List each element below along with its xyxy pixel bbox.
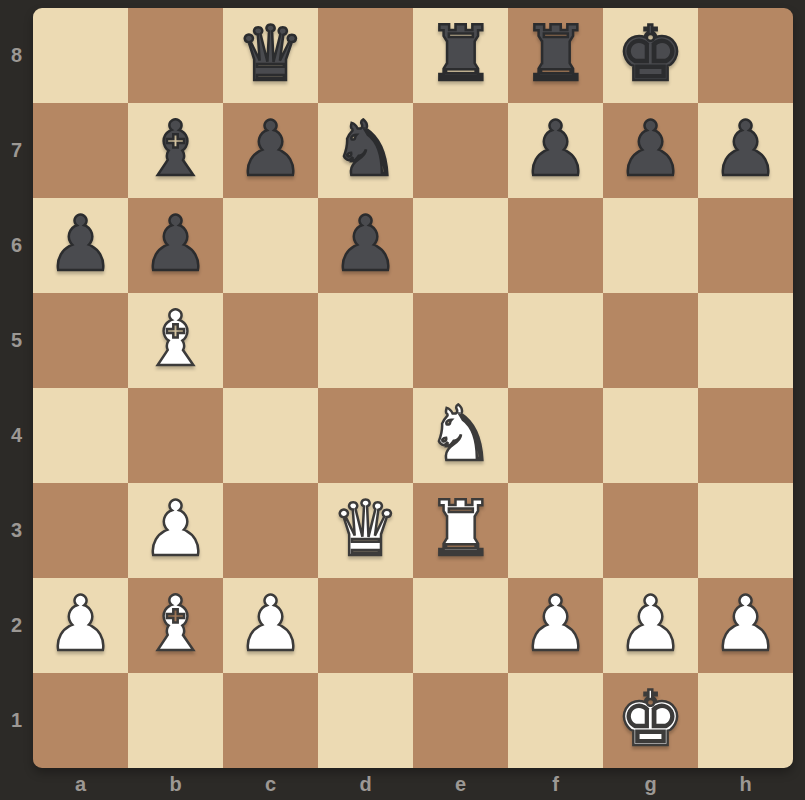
square-h4[interactable] <box>698 388 793 483</box>
piece-white-pawn[interactable]: ♟ <box>33 578 128 673</box>
square-c1[interactable] <box>223 673 318 768</box>
square-f3[interactable] <box>508 483 603 578</box>
piece-white-knight[interactable]: ♞ <box>413 388 508 483</box>
square-f7[interactable]: ♟ <box>508 103 603 198</box>
rank-label-3: 3 <box>0 483 33 578</box>
square-a8[interactable] <box>33 8 128 103</box>
rank-label-7: 7 <box>0 103 33 198</box>
square-f5[interactable] <box>508 293 603 388</box>
square-d5[interactable] <box>318 293 413 388</box>
file-label-h: h <box>698 768 793 800</box>
square-g5[interactable] <box>603 293 698 388</box>
square-b6[interactable]: ♟ <box>128 198 223 293</box>
square-c8[interactable]: ♛ <box>223 8 318 103</box>
piece-black-pawn[interactable]: ♟ <box>318 198 413 293</box>
square-h2[interactable]: ♟ <box>698 578 793 673</box>
piece-black-rook[interactable]: ♜ <box>413 8 508 103</box>
file-label-c: c <box>223 768 318 800</box>
piece-black-pawn[interactable]: ♟ <box>223 103 318 198</box>
square-b8[interactable] <box>128 8 223 103</box>
square-f6[interactable] <box>508 198 603 293</box>
square-d8[interactable] <box>318 8 413 103</box>
square-b3[interactable]: ♟ <box>128 483 223 578</box>
piece-black-rook[interactable]: ♜ <box>508 8 603 103</box>
piece-black-pawn[interactable]: ♟ <box>128 198 223 293</box>
rank-label-6: 6 <box>0 198 33 293</box>
square-g4[interactable] <box>603 388 698 483</box>
square-f8[interactable]: ♜ <box>508 8 603 103</box>
file-label-e: e <box>413 768 508 800</box>
square-d1[interactable] <box>318 673 413 768</box>
file-label-d: d <box>318 768 413 800</box>
rank-label-1: 1 <box>0 673 33 768</box>
square-e2[interactable] <box>413 578 508 673</box>
square-d4[interactable] <box>318 388 413 483</box>
square-e6[interactable] <box>413 198 508 293</box>
piece-black-pawn[interactable]: ♟ <box>508 103 603 198</box>
square-h6[interactable] <box>698 198 793 293</box>
piece-white-queen[interactable]: ♛ <box>318 483 413 578</box>
square-d7[interactable]: ♞ <box>318 103 413 198</box>
file-label-a: a <box>33 768 128 800</box>
square-f1[interactable] <box>508 673 603 768</box>
square-d6[interactable]: ♟ <box>318 198 413 293</box>
square-e5[interactable] <box>413 293 508 388</box>
square-b2[interactable]: ♝ <box>128 578 223 673</box>
chess-board: ♛♜♜♚♝♟♞♟♟♟♟♟♟♝♞♟♛♜♟♝♟♟♟♟♚ <box>33 8 793 768</box>
square-f2[interactable]: ♟ <box>508 578 603 673</box>
square-d2[interactable] <box>318 578 413 673</box>
square-g8[interactable]: ♚ <box>603 8 698 103</box>
chess-app-background: 87654321 ♛♜♜♚♝♟♞♟♟♟♟♟♟♝♞♟♛♜♟♝♟♟♟♟♚ abcde… <box>0 0 805 800</box>
square-c2[interactable]: ♟ <box>223 578 318 673</box>
square-a2[interactable]: ♟ <box>33 578 128 673</box>
square-h3[interactable] <box>698 483 793 578</box>
piece-white-pawn[interactable]: ♟ <box>698 578 793 673</box>
square-g7[interactable]: ♟ <box>603 103 698 198</box>
square-h5[interactable] <box>698 293 793 388</box>
piece-white-pawn[interactable]: ♟ <box>508 578 603 673</box>
piece-black-pawn[interactable]: ♟ <box>603 103 698 198</box>
piece-white-pawn[interactable]: ♟ <box>128 483 223 578</box>
square-b7[interactable]: ♝ <box>128 103 223 198</box>
square-a7[interactable] <box>33 103 128 198</box>
square-b4[interactable] <box>128 388 223 483</box>
piece-white-bishop[interactable]: ♝ <box>128 578 223 673</box>
square-a5[interactable] <box>33 293 128 388</box>
piece-white-bishop[interactable]: ♝ <box>128 293 223 388</box>
piece-white-pawn[interactable]: ♟ <box>603 578 698 673</box>
rank-label-8: 8 <box>0 8 33 103</box>
square-c3[interactable] <box>223 483 318 578</box>
square-a3[interactable] <box>33 483 128 578</box>
square-g2[interactable]: ♟ <box>603 578 698 673</box>
piece-white-rook[interactable]: ♜ <box>413 483 508 578</box>
piece-black-queen[interactable]: ♛ <box>223 8 318 103</box>
square-h8[interactable] <box>698 8 793 103</box>
square-g1[interactable]: ♚ <box>603 673 698 768</box>
rank-label-4: 4 <box>0 388 33 483</box>
rank-labels: 87654321 <box>0 8 33 768</box>
square-a4[interactable] <box>33 388 128 483</box>
piece-black-pawn[interactable]: ♟ <box>698 103 793 198</box>
square-e3[interactable]: ♜ <box>413 483 508 578</box>
square-e8[interactable]: ♜ <box>413 8 508 103</box>
file-label-b: b <box>128 768 223 800</box>
square-c7[interactable]: ♟ <box>223 103 318 198</box>
square-e7[interactable] <box>413 103 508 198</box>
square-e4[interactable]: ♞ <box>413 388 508 483</box>
square-d3[interactable]: ♛ <box>318 483 413 578</box>
square-b5[interactable]: ♝ <box>128 293 223 388</box>
rank-label-5: 5 <box>0 293 33 388</box>
square-a6[interactable]: ♟ <box>33 198 128 293</box>
file-label-f: f <box>508 768 603 800</box>
piece-black-king[interactable]: ♚ <box>603 8 698 103</box>
square-c5[interactable] <box>223 293 318 388</box>
square-h7[interactable]: ♟ <box>698 103 793 198</box>
piece-black-bishop[interactable]: ♝ <box>128 103 223 198</box>
piece-white-king[interactable]: ♚ <box>603 673 698 768</box>
file-labels: abcdefgh <box>33 768 793 800</box>
piece-black-pawn[interactable]: ♟ <box>33 198 128 293</box>
square-c4[interactable] <box>223 388 318 483</box>
square-g3[interactable] <box>603 483 698 578</box>
square-h1[interactable] <box>698 673 793 768</box>
square-f4[interactable] <box>508 388 603 483</box>
file-label-g: g <box>603 768 698 800</box>
square-c6[interactable] <box>223 198 318 293</box>
piece-white-pawn[interactable]: ♟ <box>223 578 318 673</box>
square-e1[interactable] <box>413 673 508 768</box>
piece-black-knight[interactable]: ♞ <box>318 103 413 198</box>
rank-label-2: 2 <box>0 578 33 673</box>
square-a1[interactable] <box>33 673 128 768</box>
square-g6[interactable] <box>603 198 698 293</box>
square-b1[interactable] <box>128 673 223 768</box>
